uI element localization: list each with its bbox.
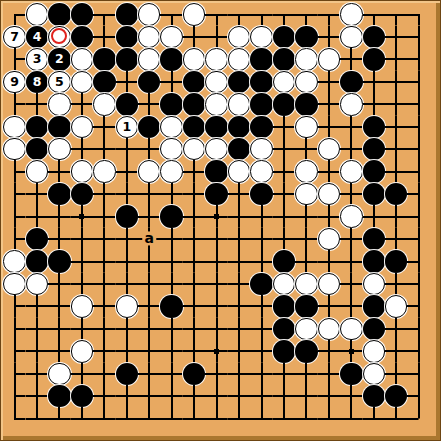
intersection[interactable] [273, 318, 295, 340]
intersection[interactable] [250, 407, 272, 429]
intersection[interactable] [318, 3, 340, 25]
intersection[interactable] [407, 93, 429, 115]
intersection[interactable] [250, 138, 272, 160]
intersection[interactable] [138, 250, 160, 272]
intersection[interactable] [363, 205, 385, 227]
intersection[interactable] [71, 116, 93, 138]
intersection[interactable] [116, 71, 138, 93]
intersection[interactable] [138, 205, 160, 227]
intersection[interactable] [295, 71, 317, 93]
intersection[interactable] [407, 138, 429, 160]
intersection[interactable]: 1 [116, 116, 138, 138]
intersection[interactable] [250, 228, 272, 250]
intersection[interactable] [3, 385, 25, 407]
intersection[interactable] [116, 273, 138, 295]
intersection[interactable] [295, 250, 317, 272]
intersection[interactable] [205, 93, 227, 115]
intersection[interactable] [71, 93, 93, 115]
intersection[interactable] [407, 3, 429, 25]
intersection[interactable] [160, 71, 182, 93]
intersection[interactable] [363, 138, 385, 160]
intersection[interactable] [160, 138, 182, 160]
intersection[interactable] [250, 318, 272, 340]
intersection[interactable] [116, 295, 138, 317]
intersection[interactable] [340, 160, 362, 182]
intersection[interactable] [385, 3, 407, 25]
intersection[interactable] [93, 71, 115, 93]
intersection[interactable] [138, 26, 160, 48]
intersection[interactable] [3, 3, 25, 25]
intersection[interactable] [407, 160, 429, 182]
intersection[interactable] [138, 363, 160, 385]
intersection[interactable] [363, 295, 385, 317]
intersection[interactable] [71, 273, 93, 295]
intersection[interactable] [363, 160, 385, 182]
intersection[interactable] [48, 340, 70, 362]
intersection[interactable] [273, 385, 295, 407]
intersection[interactable] [26, 363, 48, 385]
intersection[interactable] [3, 138, 25, 160]
intersection[interactable] [48, 138, 70, 160]
intersection[interactable] [250, 250, 272, 272]
intersection[interactable] [363, 250, 385, 272]
intersection[interactable] [48, 273, 70, 295]
intersection[interactable] [340, 295, 362, 317]
intersection[interactable]: 8 [26, 71, 48, 93]
intersection[interactable] [183, 93, 205, 115]
intersection[interactable] [183, 3, 205, 25]
intersection[interactable] [160, 385, 182, 407]
intersection[interactable] [93, 93, 115, 115]
intersection[interactable] [228, 26, 250, 48]
intersection[interactable] [407, 205, 429, 227]
intersection[interactable] [295, 205, 317, 227]
intersection[interactable] [318, 71, 340, 93]
intersection[interactable] [3, 116, 25, 138]
intersection[interactable] [26, 385, 48, 407]
intersection[interactable] [340, 138, 362, 160]
intersection[interactable] [228, 385, 250, 407]
intersection[interactable] [93, 116, 115, 138]
intersection[interactable] [273, 295, 295, 317]
intersection[interactable] [407, 385, 429, 407]
go-board-grid[interactable]: 74329851a [3, 3, 430, 430]
intersection[interactable] [71, 250, 93, 272]
intersection[interactable] [26, 116, 48, 138]
intersection[interactable] [205, 340, 227, 362]
intersection[interactable] [295, 363, 317, 385]
intersection[interactable] [93, 3, 115, 25]
intersection[interactable] [93, 407, 115, 429]
intersection[interactable] [116, 228, 138, 250]
intersection[interactable] [48, 250, 70, 272]
intersection[interactable] [407, 48, 429, 70]
intersection[interactable] [318, 26, 340, 48]
intersection[interactable] [160, 340, 182, 362]
intersection[interactable] [71, 48, 93, 70]
intersection[interactable] [116, 363, 138, 385]
intersection[interactable] [318, 228, 340, 250]
intersection[interactable] [318, 48, 340, 70]
intersection[interactable] [160, 48, 182, 70]
intersection[interactable] [318, 407, 340, 429]
intersection[interactable] [295, 26, 317, 48]
intersection[interactable] [228, 93, 250, 115]
intersection[interactable] [205, 250, 227, 272]
intersection[interactable] [340, 205, 362, 227]
intersection[interactable] [93, 160, 115, 182]
intersection[interactable] [26, 138, 48, 160]
intersection[interactable] [385, 407, 407, 429]
intersection[interactable] [407, 273, 429, 295]
intersection[interactable] [340, 340, 362, 362]
intersection[interactable] [183, 250, 205, 272]
intersection[interactable] [273, 93, 295, 115]
intersection[interactable] [363, 71, 385, 93]
intersection[interactable] [26, 228, 48, 250]
intersection[interactable] [116, 93, 138, 115]
intersection[interactable] [71, 205, 93, 227]
intersection[interactable] [228, 407, 250, 429]
intersection[interactable] [26, 273, 48, 295]
intersection[interactable] [160, 116, 182, 138]
intersection[interactable] [363, 318, 385, 340]
intersection[interactable] [363, 26, 385, 48]
intersection[interactable] [116, 318, 138, 340]
intersection[interactable] [3, 93, 25, 115]
intersection[interactable] [93, 205, 115, 227]
intersection[interactable] [205, 363, 227, 385]
intersection[interactable] [318, 250, 340, 272]
intersection[interactable] [116, 205, 138, 227]
intersection[interactable]: 7 [3, 26, 25, 48]
intersection[interactable] [295, 183, 317, 205]
intersection[interactable] [26, 160, 48, 182]
intersection[interactable] [295, 116, 317, 138]
intersection[interactable] [295, 318, 317, 340]
intersection[interactable] [183, 295, 205, 317]
intersection[interactable] [138, 138, 160, 160]
intersection[interactable] [385, 250, 407, 272]
intersection[interactable] [26, 340, 48, 362]
intersection[interactable]: 5 [48, 71, 70, 93]
intersection[interactable] [273, 160, 295, 182]
intersection[interactable] [138, 385, 160, 407]
intersection[interactable] [363, 93, 385, 115]
intersection[interactable] [3, 228, 25, 250]
intersection[interactable] [228, 363, 250, 385]
intersection[interactable] [318, 318, 340, 340]
intersection[interactable] [93, 138, 115, 160]
intersection[interactable] [138, 273, 160, 295]
intersection[interactable] [71, 183, 93, 205]
intersection[interactable] [407, 250, 429, 272]
intersection[interactable] [183, 385, 205, 407]
intersection[interactable] [385, 26, 407, 48]
intersection[interactable] [228, 71, 250, 93]
intersection[interactable] [295, 273, 317, 295]
intersection[interactable] [160, 363, 182, 385]
intersection[interactable] [340, 116, 362, 138]
intersection[interactable] [3, 340, 25, 362]
intersection[interactable] [3, 273, 25, 295]
intersection[interactable] [183, 363, 205, 385]
intersection[interactable] [205, 116, 227, 138]
intersection[interactable] [3, 183, 25, 205]
intersection[interactable] [250, 295, 272, 317]
intersection[interactable] [205, 295, 227, 317]
intersection[interactable] [71, 3, 93, 25]
intersection[interactable] [116, 48, 138, 70]
intersection[interactable] [250, 363, 272, 385]
intersection[interactable] [250, 26, 272, 48]
intersection[interactable] [340, 318, 362, 340]
intersection[interactable] [93, 363, 115, 385]
intersection[interactable] [250, 93, 272, 115]
intersection[interactable] [407, 363, 429, 385]
intersection[interactable] [48, 93, 70, 115]
intersection[interactable] [250, 340, 272, 362]
intersection[interactable] [160, 205, 182, 227]
intersection[interactable] [318, 93, 340, 115]
intersection[interactable] [318, 363, 340, 385]
intersection[interactable] [295, 340, 317, 362]
intersection[interactable] [26, 407, 48, 429]
intersection[interactable] [385, 116, 407, 138]
intersection[interactable] [273, 116, 295, 138]
intersection[interactable] [26, 183, 48, 205]
intersection[interactable] [250, 48, 272, 70]
intersection[interactable] [228, 138, 250, 160]
intersection[interactable] [205, 71, 227, 93]
intersection[interactable] [363, 273, 385, 295]
intersection[interactable] [138, 407, 160, 429]
intersection[interactable] [160, 160, 182, 182]
intersection[interactable] [205, 228, 227, 250]
intersection[interactable] [205, 48, 227, 70]
intersection[interactable] [116, 183, 138, 205]
intersection[interactable] [3, 318, 25, 340]
intersection[interactable] [273, 407, 295, 429]
intersection[interactable] [160, 318, 182, 340]
intersection[interactable] [138, 93, 160, 115]
intersection[interactable] [250, 183, 272, 205]
intersection[interactable] [3, 205, 25, 227]
intersection[interactable] [93, 273, 115, 295]
intersection[interactable] [71, 228, 93, 250]
intersection[interactable] [205, 160, 227, 182]
intersection[interactable] [318, 295, 340, 317]
intersection[interactable] [385, 160, 407, 182]
intersection[interactable] [340, 407, 362, 429]
intersection[interactable] [385, 340, 407, 362]
intersection[interactable] [407, 116, 429, 138]
intersection[interactable] [318, 205, 340, 227]
intersection[interactable] [71, 385, 93, 407]
intersection[interactable] [295, 228, 317, 250]
intersection[interactable] [273, 26, 295, 48]
intersection[interactable] [363, 385, 385, 407]
intersection[interactable] [138, 318, 160, 340]
intersection[interactable] [407, 318, 429, 340]
intersection[interactable] [48, 385, 70, 407]
intersection[interactable] [363, 183, 385, 205]
intersection[interactable] [116, 26, 138, 48]
intersection[interactable] [273, 138, 295, 160]
intersection[interactable] [385, 385, 407, 407]
intersection[interactable] [183, 407, 205, 429]
intersection[interactable] [318, 116, 340, 138]
intersection[interactable] [93, 26, 115, 48]
intersection[interactable] [138, 116, 160, 138]
intersection[interactable] [183, 26, 205, 48]
intersection[interactable] [340, 93, 362, 115]
intersection[interactable] [205, 205, 227, 227]
intersection[interactable] [273, 273, 295, 295]
intersection[interactable] [138, 340, 160, 362]
intersection[interactable] [26, 93, 48, 115]
intersection[interactable] [26, 205, 48, 227]
intersection[interactable] [273, 228, 295, 250]
intersection[interactable] [228, 3, 250, 25]
intersection[interactable] [116, 160, 138, 182]
intersection[interactable] [250, 71, 272, 93]
intersection[interactable] [385, 273, 407, 295]
intersection[interactable] [318, 273, 340, 295]
intersection[interactable] [138, 160, 160, 182]
intersection[interactable] [363, 3, 385, 25]
intersection[interactable] [183, 205, 205, 227]
intersection[interactable] [26, 250, 48, 272]
intersection[interactable] [228, 318, 250, 340]
intersection[interactable] [71, 318, 93, 340]
intersection[interactable] [183, 48, 205, 70]
intersection[interactable] [340, 385, 362, 407]
intersection[interactable] [183, 138, 205, 160]
intersection[interactable] [273, 363, 295, 385]
intersection[interactable] [205, 183, 227, 205]
intersection[interactable] [250, 3, 272, 25]
intersection[interactable] [407, 228, 429, 250]
intersection[interactable] [205, 318, 227, 340]
intersection[interactable] [26, 3, 48, 25]
intersection[interactable] [3, 363, 25, 385]
intersection[interactable] [273, 205, 295, 227]
intersection[interactable] [385, 138, 407, 160]
intersection[interactable] [71, 340, 93, 362]
intersection[interactable] [26, 318, 48, 340]
intersection[interactable] [93, 48, 115, 70]
intersection[interactable] [48, 407, 70, 429]
intersection[interactable] [340, 228, 362, 250]
intersection[interactable] [385, 93, 407, 115]
intersection[interactable] [407, 26, 429, 48]
intersection[interactable] [71, 295, 93, 317]
intersection[interactable]: 9 [3, 71, 25, 93]
intersection[interactable] [48, 26, 70, 48]
intersection[interactable] [250, 273, 272, 295]
intersection[interactable] [3, 407, 25, 429]
intersection[interactable] [228, 273, 250, 295]
intersection[interactable] [318, 160, 340, 182]
intersection[interactable] [160, 295, 182, 317]
intersection[interactable] [160, 407, 182, 429]
intersection[interactable] [407, 340, 429, 362]
intersection[interactable] [93, 183, 115, 205]
intersection[interactable] [250, 205, 272, 227]
intersection[interactable] [205, 3, 227, 25]
intersection[interactable] [340, 183, 362, 205]
intersection[interactable] [295, 385, 317, 407]
intersection[interactable] [71, 71, 93, 93]
intersection[interactable] [183, 228, 205, 250]
intersection[interactable] [250, 116, 272, 138]
intersection[interactable] [340, 48, 362, 70]
intersection[interactable] [295, 3, 317, 25]
intersection[interactable] [340, 363, 362, 385]
intersection[interactable] [48, 363, 70, 385]
intersection[interactable] [93, 385, 115, 407]
intersection[interactable] [363, 228, 385, 250]
intersection[interactable] [183, 183, 205, 205]
intersection[interactable] [71, 363, 93, 385]
intersection[interactable] [228, 48, 250, 70]
intersection[interactable] [340, 71, 362, 93]
intersection[interactable] [385, 295, 407, 317]
intersection[interactable] [183, 71, 205, 93]
intersection[interactable] [205, 273, 227, 295]
intersection[interactable] [363, 340, 385, 362]
intersection[interactable] [116, 407, 138, 429]
intersection[interactable] [26, 295, 48, 317]
intersection[interactable] [228, 205, 250, 227]
intersection[interactable] [3, 250, 25, 272]
intersection[interactable] [205, 138, 227, 160]
intersection[interactable] [295, 138, 317, 160]
intersection[interactable] [71, 26, 93, 48]
intersection[interactable] [385, 228, 407, 250]
intersection[interactable] [385, 183, 407, 205]
intersection[interactable] [116, 3, 138, 25]
intersection[interactable] [160, 3, 182, 25]
intersection[interactable] [48, 116, 70, 138]
intersection[interactable] [116, 385, 138, 407]
intersection[interactable] [228, 228, 250, 250]
intersection[interactable] [407, 183, 429, 205]
intersection[interactable] [93, 318, 115, 340]
intersection[interactable] [48, 183, 70, 205]
intersection[interactable] [48, 205, 70, 227]
intersection[interactable] [407, 407, 429, 429]
intersection[interactable] [138, 295, 160, 317]
intersection[interactable] [318, 340, 340, 362]
intersection[interactable] [273, 340, 295, 362]
intersection[interactable] [318, 138, 340, 160]
intersection[interactable] [116, 250, 138, 272]
intersection[interactable] [48, 295, 70, 317]
intersection[interactable] [116, 340, 138, 362]
intersection[interactable] [71, 138, 93, 160]
intersection[interactable] [138, 183, 160, 205]
intersection[interactable] [138, 48, 160, 70]
intersection[interactable] [228, 295, 250, 317]
intersection[interactable]: 4 [26, 26, 48, 48]
intersection[interactable] [295, 93, 317, 115]
intersection[interactable] [160, 273, 182, 295]
intersection[interactable] [363, 116, 385, 138]
intersection[interactable]: a [138, 228, 160, 250]
intersection[interactable] [138, 71, 160, 93]
